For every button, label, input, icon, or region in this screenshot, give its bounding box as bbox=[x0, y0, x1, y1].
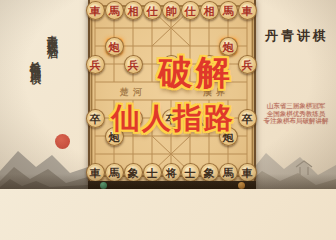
piece-red-帥[interactable]: 帥 bbox=[162, 1, 181, 20]
calligraphy-couplet-line1: 青山不厌三杯酒 bbox=[44, 26, 59, 41]
piece-red-兵[interactable]: 兵 bbox=[86, 55, 105, 74]
piece-black-士[interactable]: 士 bbox=[181, 163, 200, 182]
video-title-line1: 破解 bbox=[158, 50, 234, 96]
piece-black-馬[interactable]: 馬 bbox=[219, 163, 238, 182]
river-label-chu: 楚河 bbox=[113, 86, 153, 98]
piece-red-馬[interactable]: 馬 bbox=[105, 1, 124, 20]
piece-red-相[interactable]: 相 bbox=[200, 1, 219, 20]
piece-black-車[interactable]: 車 bbox=[86, 163, 105, 182]
channel-credentials: 山东省三届象棋冠军 全国象棋优秀教练员 专注象棋布局破解讲解 bbox=[256, 103, 336, 126]
piece-red-馬[interactable]: 馬 bbox=[219, 1, 238, 20]
piece-black-車[interactable]: 車 bbox=[238, 163, 257, 182]
piece-red-車[interactable]: 車 bbox=[86, 1, 105, 20]
piece-black-象[interactable]: 象 bbox=[124, 163, 143, 182]
video-title-line2: 仙人指路 bbox=[111, 99, 235, 139]
player-avatar-icon[interactable] bbox=[100, 182, 107, 189]
piece-red-炮[interactable]: 炮 bbox=[105, 37, 124, 56]
red-sun-icon bbox=[55, 134, 70, 149]
piece-red-仕[interactable]: 仕 bbox=[181, 1, 200, 20]
credential-line: 专注象棋布局破解讲解 bbox=[256, 118, 336, 126]
calligraphy-couplet-line2: 长日惟消一局棋 bbox=[27, 52, 42, 67]
piece-black-将[interactable]: 将 bbox=[162, 163, 181, 182]
piece-red-仕[interactable]: 仕 bbox=[143, 1, 162, 20]
piece-red-車[interactable]: 車 bbox=[238, 1, 257, 20]
piece-red-兵[interactable]: 兵 bbox=[124, 55, 143, 74]
channel-title: 丹青讲棋 bbox=[258, 27, 336, 45]
piece-black-象[interactable]: 象 bbox=[200, 163, 219, 182]
opponent-avatar-icon[interactable] bbox=[238, 182, 245, 189]
piece-red-相[interactable]: 相 bbox=[124, 1, 143, 20]
piece-black-卒[interactable]: 卒 bbox=[86, 109, 105, 128]
piece-black-馬[interactable]: 馬 bbox=[105, 163, 124, 182]
piece-black-士[interactable]: 士 bbox=[143, 163, 162, 182]
piece-red-兵[interactable]: 兵 bbox=[238, 55, 257, 74]
player-bar bbox=[88, 181, 256, 189]
piece-black-卒[interactable]: 卒 bbox=[238, 109, 257, 128]
